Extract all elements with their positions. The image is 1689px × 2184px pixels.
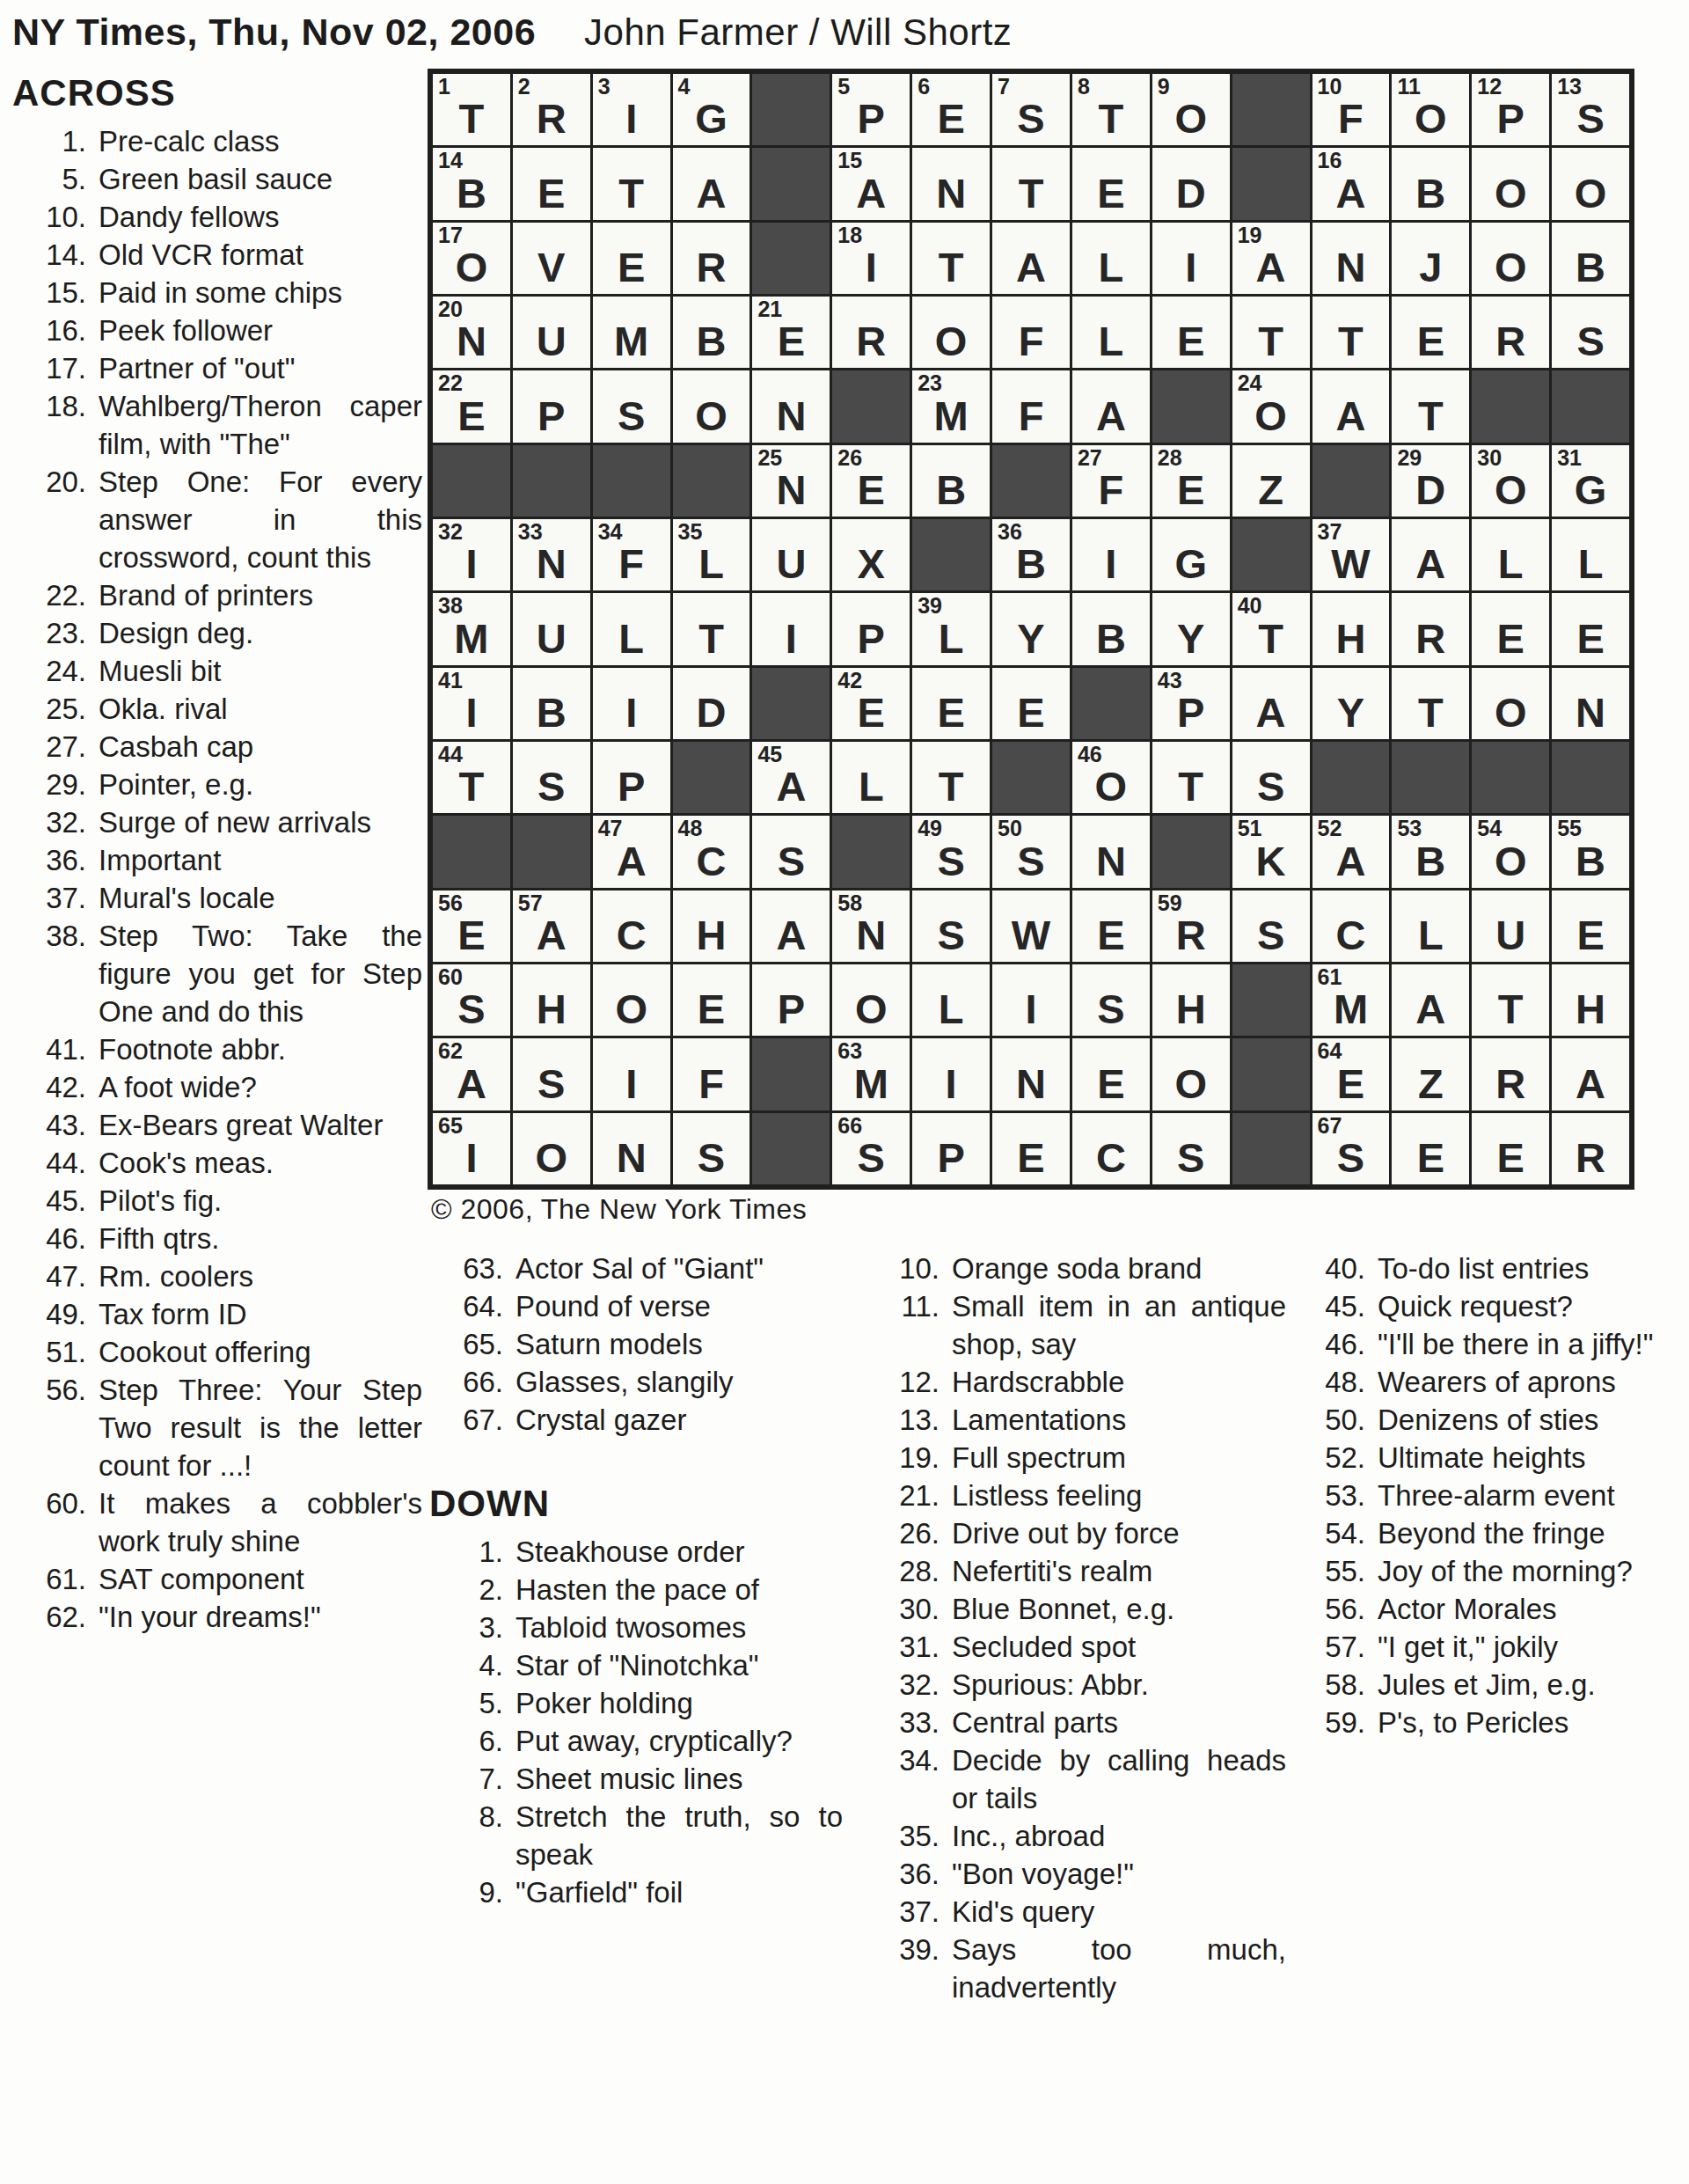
letter-cell[interactable]: 20N	[433, 297, 510, 368]
letter-cell[interactable]: 59R	[1152, 890, 1230, 962]
letter-cell[interactable]: E	[992, 1113, 1070, 1184]
letter-cell[interactable]: 65I	[433, 1113, 510, 1184]
letter-cell[interactable]: H	[1552, 964, 1629, 1036]
clue-number: 54.	[1291, 1514, 1365, 1552]
letter-cell[interactable]: U	[752, 519, 830, 590]
letter-cell[interactable]: 25N	[752, 445, 830, 517]
letter-cell[interactable]: 29D	[1392, 445, 1469, 517]
clue-text: Step One: For every answer in this cross…	[99, 463, 422, 576]
letter-cell[interactable]: 13S	[1552, 74, 1629, 145]
letter-cell[interactable]: E	[1152, 297, 1230, 368]
clue-number: 41.	[12, 1030, 86, 1068]
letter-cell[interactable]: R	[832, 297, 910, 368]
across-clue-15: 15.Paid in some chips	[12, 274, 422, 311]
letter-cell[interactable]: N	[912, 148, 990, 219]
down-clue-53: 53.Three-alarm event	[1291, 1477, 1689, 1514]
letter-cell[interactable]: 32I	[433, 519, 510, 590]
letter-cell[interactable]: 41I	[433, 668, 510, 739]
cell-letter: N	[856, 914, 886, 956]
black-cell	[1072, 668, 1150, 739]
letter-cell[interactable]: O	[673, 370, 750, 442]
letter-cell[interactable]: S	[673, 1113, 750, 1184]
down-clue-50: 50.Denizens of sties	[1291, 1401, 1689, 1439]
cell-letter: O	[1495, 840, 1527, 882]
cell-letter: S	[537, 1063, 565, 1104]
clue-number: 49.	[12, 1295, 86, 1333]
letter-cell[interactable]: O	[1472, 223, 1549, 294]
letter-cell[interactable]: H	[1312, 593, 1390, 664]
letter-cell[interactable]: T	[673, 593, 750, 664]
letter-cell[interactable]: 57A	[513, 890, 590, 962]
down-clue-58: 58.Jules et Jim, e.g.	[1291, 1666, 1689, 1704]
clue-number: 13.	[866, 1401, 940, 1439]
down-clue-33: 33.Central parts	[866, 1704, 1286, 1741]
letter-cell[interactable]: R	[1392, 593, 1469, 664]
cell-letter: R	[1495, 1063, 1525, 1104]
letter-cell[interactable]: 62A	[433, 1038, 510, 1110]
cell-letter: A	[776, 914, 806, 956]
letter-cell[interactable]: E	[1552, 890, 1629, 962]
letter-cell[interactable]: O	[513, 1113, 590, 1184]
clue-number: 67.	[429, 1401, 503, 1439]
letter-cell[interactable]: 47A	[593, 816, 670, 887]
clue-number: 64.	[429, 1287, 503, 1325]
letter-cell[interactable]: 42E	[832, 668, 910, 739]
letter-cell[interactable]: E	[1072, 890, 1150, 962]
cell-letter: E	[1497, 1137, 1524, 1178]
letter-cell[interactable]: I	[593, 1038, 670, 1110]
letter-cell[interactable]: S	[912, 890, 990, 962]
letter-cell[interactable]: H	[1152, 964, 1230, 1036]
across-clue-49: 49.Tax form ID	[12, 1295, 422, 1333]
letter-cell[interactable]: I	[1072, 519, 1150, 590]
down-clue-34: 34.Decide by calling heads or tails	[866, 1741, 1286, 1817]
letter-cell[interactable]: T	[912, 223, 990, 294]
cell-letter: B	[697, 320, 727, 362]
clue-number: 9.	[429, 1873, 503, 1911]
letter-cell[interactable]: O	[1472, 668, 1549, 739]
clue-number: 43.	[12, 1106, 86, 1144]
letter-cell[interactable]: R	[1472, 297, 1549, 368]
cell-letter: T	[1099, 98, 1124, 139]
letter-cell[interactable]: 66S	[832, 1113, 910, 1184]
cell-letter: A	[1096, 395, 1126, 436]
letter-cell[interactable]: F	[673, 1038, 750, 1110]
letter-cell[interactable]: L	[912, 964, 990, 1036]
letter-cell[interactable]: R	[1552, 1113, 1629, 1184]
clue-text: Glasses, slangily	[515, 1363, 843, 1401]
letter-cell[interactable]: G	[1152, 519, 1230, 590]
clue-number: 65.	[429, 1325, 503, 1363]
letter-cell[interactable]: 3I	[593, 74, 670, 145]
clue-number: 5.	[12, 160, 86, 198]
letter-cell[interactable]: T	[992, 148, 1070, 219]
letter-cell[interactable]: 22E	[433, 370, 510, 442]
letter-cell[interactable]: L	[1072, 297, 1150, 368]
letter-cell[interactable]: O	[1472, 148, 1549, 219]
across-clue-22: 22.Brand of printers	[12, 576, 422, 614]
letter-cell[interactable]: L	[1392, 890, 1469, 962]
letter-cell[interactable]: C	[1072, 1113, 1150, 1184]
letter-cell[interactable]: C	[593, 890, 670, 962]
clue-number: 45.	[1291, 1287, 1365, 1325]
letter-cell[interactable]: L	[593, 593, 670, 664]
cell-letter: S	[1257, 914, 1284, 956]
letter-cell[interactable]: 24O	[1232, 370, 1310, 442]
letter-cell[interactable]: T	[1312, 297, 1390, 368]
letter-cell[interactable]: 46O	[1072, 742, 1150, 813]
letter-cell[interactable]: 30O	[1472, 445, 1549, 517]
letter-cell[interactable]: 37W	[1312, 519, 1390, 590]
letter-cell[interactable]: H	[673, 890, 750, 962]
letter-cell[interactable]: 23M	[912, 370, 990, 442]
letter-cell[interactable]: T	[1392, 668, 1469, 739]
clue-number: 42.	[12, 1068, 86, 1106]
letter-cell[interactable]: T	[1392, 370, 1469, 442]
cell-letter: W	[1331, 543, 1370, 584]
cell-letter: O	[1415, 98, 1447, 139]
letter-cell[interactable]: 51K	[1232, 816, 1310, 887]
letter-cell[interactable]: 8T	[1072, 74, 1150, 145]
letter-cell[interactable]: 17O	[433, 223, 510, 294]
letter-cell[interactable]: F	[992, 370, 1070, 442]
letter-cell[interactable]: A	[1312, 370, 1390, 442]
clue-number: 28.	[866, 1552, 940, 1590]
cell-letter: H	[697, 914, 727, 956]
letter-cell[interactable]: S	[513, 742, 590, 813]
letter-cell[interactable]: L	[1472, 519, 1549, 590]
cell-letter: B	[1016, 543, 1046, 584]
cell-letter: G	[695, 98, 728, 139]
letter-cell[interactable]: I	[593, 668, 670, 739]
across-clue-16: 16.Peek follower	[12, 311, 422, 349]
clue-text: Tax form ID	[99, 1295, 422, 1333]
across-heading: ACROSS	[12, 74, 422, 112]
letter-cell[interactable]: T	[1152, 742, 1230, 813]
cell-letter: S	[1337, 1137, 1364, 1178]
letter-cell[interactable]: A	[992, 223, 1070, 294]
cell-number: 37	[1318, 521, 1342, 543]
letter-cell[interactable]: L	[1072, 223, 1150, 294]
cell-number: 25	[757, 447, 782, 469]
cell-letter: T	[1019, 172, 1044, 214]
letter-cell[interactable]: L	[832, 742, 910, 813]
letter-cell[interactable]: 21E	[752, 297, 830, 368]
letter-cell[interactable]: 14B	[433, 148, 510, 219]
letter-cell[interactable]: S	[752, 816, 830, 887]
letter-cell[interactable]: U	[513, 297, 590, 368]
letter-cell[interactable]: E	[1072, 148, 1150, 219]
letter-cell[interactable]: 48C	[673, 816, 750, 887]
cell-number: 30	[1477, 447, 1502, 469]
letter-cell[interactable]: O	[832, 964, 910, 1036]
letter-cell[interactable]: 64E	[1312, 1038, 1390, 1110]
cell-number: 33	[518, 521, 543, 543]
letter-cell[interactable]: 15A	[832, 148, 910, 219]
letter-cell[interactable]: 67S	[1312, 1113, 1390, 1184]
clue-text: Listless feeling	[952, 1477, 1286, 1514]
letter-cell[interactable]: M	[593, 297, 670, 368]
letter-cell[interactable]: 39L	[912, 593, 990, 664]
letter-cell[interactable]: 6E	[912, 74, 990, 145]
letter-cell[interactable]: C	[1312, 890, 1390, 962]
letter-cell[interactable]: 31G	[1552, 445, 1629, 517]
letter-cell[interactable]: E	[1472, 593, 1549, 664]
letter-cell[interactable]: J	[1392, 223, 1469, 294]
letter-cell[interactable]: N	[1552, 668, 1629, 739]
letter-cell[interactable]: 55B	[1552, 816, 1629, 887]
clue-number: 46.	[1291, 1325, 1365, 1363]
clue-text: Wahlberg/Theron caper film, with "The"	[99, 387, 422, 463]
letter-cell[interactable]: A	[1232, 668, 1310, 739]
letter-cell[interactable]: 4G	[673, 74, 750, 145]
letter-cell[interactable]: L	[1552, 519, 1629, 590]
letter-cell[interactable]: D	[1152, 148, 1230, 219]
clue-number: 39.	[866, 1931, 940, 1968]
letter-cell[interactable]: O	[1152, 1038, 1230, 1110]
clue-text: Ultimate heights	[1378, 1439, 1689, 1477]
clue-text: Ex-Bears great Walter	[99, 1106, 422, 1144]
letter-cell[interactable]: 40T	[1232, 593, 1310, 664]
letter-cell[interactable]: 5P	[832, 74, 910, 145]
clue-text: Drive out by force	[952, 1514, 1286, 1552]
letter-cell[interactable]: 60S	[433, 964, 510, 1036]
clue-text: Lamentations	[952, 1401, 1286, 1439]
letter-cell[interactable]: D	[673, 668, 750, 739]
clue-number: 19.	[866, 1439, 940, 1477]
clue-number: 6.	[429, 1722, 503, 1760]
letter-cell[interactable]: I	[912, 1038, 990, 1110]
letter-cell[interactable]: 50S	[992, 816, 1070, 887]
cell-number: 49	[918, 817, 942, 839]
letter-cell[interactable]: B	[513, 668, 590, 739]
letter-cell[interactable]: Z	[1232, 445, 1310, 517]
cell-letter: K	[1256, 840, 1286, 882]
letter-cell[interactable]: E	[1392, 297, 1469, 368]
cell-letter: O	[1495, 469, 1527, 510]
clue-text: Says too much, inadvertently	[952, 1931, 1286, 2006]
letter-cell[interactable]: V	[513, 223, 590, 294]
down-clue-59: 59.P's, to Pericles	[1291, 1704, 1689, 1741]
across-clue-42: 42.A foot wide?	[12, 1068, 422, 1106]
clue-text: Denizens of sties	[1378, 1401, 1689, 1439]
letter-cell[interactable]: R	[1472, 1038, 1549, 1110]
letter-cell[interactable]: I	[1152, 223, 1230, 294]
letter-cell[interactable]: 10F	[1312, 74, 1390, 145]
cell-number: 45	[757, 744, 782, 766]
cell-letter: A	[1335, 172, 1365, 214]
letter-cell[interactable]: B	[1392, 148, 1469, 219]
down-clue-9: 9."Garfield" foil	[429, 1873, 843, 1911]
cell-letter: S	[1576, 320, 1604, 362]
letter-cell[interactable]: 27F	[1072, 445, 1150, 517]
letter-cell[interactable]: E	[513, 148, 590, 219]
letter-cell[interactable]: O	[912, 297, 990, 368]
letter-cell[interactable]: E	[1072, 1038, 1150, 1110]
letter-cell[interactable]: 1T	[433, 74, 510, 145]
letter-cell[interactable]: P	[752, 964, 830, 1036]
down-clue-26: 26.Drive out by force	[866, 1514, 1286, 1552]
letter-cell[interactable]: 19A	[1232, 223, 1310, 294]
letter-cell[interactable]: O	[593, 964, 670, 1036]
letter-cell[interactable]: S	[1232, 742, 1310, 813]
clue-number: 7.	[429, 1760, 503, 1798]
cell-letter: A	[1335, 395, 1365, 436]
letter-cell[interactable]: Y	[992, 593, 1070, 664]
cell-letter: O	[1095, 766, 1128, 807]
letter-cell[interactable]: 34F	[593, 519, 670, 590]
letter-cell[interactable]: S	[1072, 964, 1150, 1036]
letter-cell[interactable]: S	[1552, 297, 1629, 368]
letter-cell[interactable]: 7S	[992, 74, 1070, 145]
letter-cell[interactable]: 26E	[832, 445, 910, 517]
letter-cell[interactable]: X	[832, 519, 910, 590]
letter-cell[interactable]: 38M	[433, 593, 510, 664]
black-cell	[1552, 742, 1629, 813]
letter-cell[interactable]: A	[752, 890, 830, 962]
clue-text: Pilot's fig.	[99, 1182, 422, 1220]
clue-number: 32.	[12, 803, 86, 841]
letter-cell[interactable]: O	[1552, 148, 1629, 219]
clue-number: 58.	[1291, 1666, 1365, 1704]
cell-letter: T	[939, 766, 964, 807]
letter-cell[interactable]: N	[593, 1113, 670, 1184]
letter-cell[interactable]: 44T	[433, 742, 510, 813]
cell-letter: A	[457, 1063, 486, 1104]
letter-cell[interactable]: 63M	[832, 1038, 910, 1110]
letter-cell[interactable]: N	[1072, 816, 1150, 887]
cell-number: 59	[1158, 892, 1182, 914]
letter-cell[interactable]: 9O	[1152, 74, 1230, 145]
letter-cell[interactable]: 43P	[1152, 668, 1230, 739]
letter-cell[interactable]: 49S	[912, 816, 990, 887]
black-cell	[1232, 964, 1310, 1036]
letter-cell[interactable]: N	[752, 370, 830, 442]
cell-letter: F	[698, 1063, 724, 1104]
letter-cell[interactable]: 45A	[752, 742, 830, 813]
letter-cell[interactable]: 52A	[1312, 816, 1390, 887]
cell-letter: N	[776, 395, 806, 436]
down-clue-3: 3.Tabloid twosomes	[429, 1609, 843, 1646]
cell-letter: S	[778, 840, 805, 882]
letter-cell[interactable]: 12P	[1472, 74, 1549, 145]
letter-cell[interactable]: U	[1472, 890, 1549, 962]
letter-cell[interactable]: W	[992, 890, 1070, 962]
letter-cell[interactable]: U	[513, 593, 590, 664]
letter-cell[interactable]: P	[513, 370, 590, 442]
letter-cell[interactable]: S	[1152, 1113, 1230, 1184]
crossword-grid[interactable]: 1T2R3I4G5P6E7S8T9O10F11O12P13S14BETA15AN…	[428, 69, 1634, 1190]
letter-cell[interactable]: I	[752, 593, 830, 664]
letter-cell[interactable]: P	[912, 1113, 990, 1184]
letter-cell[interactable]: P	[832, 593, 910, 664]
down-clue-39: 39.Says too much, inadvertently	[866, 1931, 1286, 2006]
letter-cell[interactable]: 54O	[1472, 816, 1549, 887]
cell-letter: T	[939, 246, 964, 288]
letter-cell[interactable]: E	[1472, 1113, 1549, 1184]
letter-cell[interactable]: Y	[1152, 593, 1230, 664]
letter-cell[interactable]: Z	[1392, 1038, 1469, 1110]
letter-cell[interactable]: R	[673, 223, 750, 294]
letter-cell[interactable]: E	[912, 668, 990, 739]
letter-cell[interactable]: 28E	[1152, 445, 1230, 517]
cell-letter: W	[1012, 914, 1050, 956]
letter-cell[interactable]: 36B	[992, 519, 1070, 590]
cell-letter: B	[1415, 840, 1445, 882]
clue-text: Three-alarm event	[1378, 1477, 1689, 1514]
bottom-column-3: 40.To-do list entries45.Quick request?46…	[1291, 1250, 1689, 1741]
letter-cell[interactable]: S	[1232, 890, 1310, 962]
clue-text: Quick request?	[1378, 1287, 1689, 1325]
letter-cell[interactable]: E	[992, 668, 1070, 739]
across-clues-bottom: 63.Actor Sal of "Giant"64.Pound of verse…	[429, 1250, 843, 1439]
letter-cell[interactable]: 18I	[832, 223, 910, 294]
letter-cell[interactable]: T	[593, 148, 670, 219]
letter-cell[interactable]: 61M	[1312, 964, 1390, 1036]
letter-cell[interactable]: B	[912, 445, 990, 517]
letter-cell[interactable]: I	[992, 964, 1070, 1036]
cell-letter: R	[1176, 914, 1206, 956]
letter-cell[interactable]: 2R	[513, 74, 590, 145]
clue-text: "Bon voyage!"	[952, 1855, 1286, 1893]
cell-number: 51	[1238, 817, 1262, 839]
letter-cell[interactable]: H	[513, 964, 590, 1036]
letter-cell[interactable]: T	[1232, 297, 1310, 368]
across-clue-63: 63.Actor Sal of "Giant"	[429, 1250, 843, 1287]
letter-cell[interactable]: S	[593, 370, 670, 442]
letter-cell[interactable]: S	[513, 1038, 590, 1110]
clue-number: 37.	[866, 1893, 940, 1931]
cell-letter: P	[858, 618, 885, 659]
letter-cell[interactable]: A	[1552, 1038, 1629, 1110]
letter-cell[interactable]: P	[593, 742, 670, 813]
letter-cell[interactable]: 33N	[513, 519, 590, 590]
across-clue-32: 32.Surge of new arrivals	[12, 803, 422, 841]
letter-cell[interactable]: E	[673, 964, 750, 1036]
letter-cell[interactable]: 35L	[673, 519, 750, 590]
letter-cell[interactable]: 58N	[832, 890, 910, 962]
cell-letter: D	[1415, 469, 1445, 510]
letter-cell[interactable]: 11O	[1392, 74, 1469, 145]
letter-cell[interactable]: A	[1392, 519, 1469, 590]
letter-cell[interactable]: 56E	[433, 890, 510, 962]
clue-number: 36.	[12, 841, 86, 879]
letter-cell[interactable]: N	[992, 1038, 1070, 1110]
letter-cell[interactable]: T	[912, 742, 990, 813]
letter-cell[interactable]: F	[992, 297, 1070, 368]
letter-cell[interactable]: Y	[1312, 668, 1390, 739]
letter-cell[interactable]: B	[673, 297, 750, 368]
clue-text: Important	[99, 841, 422, 879]
letter-cell[interactable]: A	[1072, 370, 1150, 442]
letter-cell[interactable]: E	[593, 223, 670, 294]
cell-letter: G	[1174, 543, 1207, 584]
letter-cell[interactable]: 16A	[1312, 148, 1390, 219]
cell-letter: E	[537, 172, 565, 214]
letter-cell[interactable]: B	[1072, 593, 1150, 664]
letter-cell[interactable]: B	[1552, 223, 1629, 294]
letter-cell[interactable]: A	[1392, 964, 1469, 1036]
letter-cell[interactable]: T	[1472, 964, 1549, 1036]
letter-cell[interactable]: 53B	[1392, 816, 1469, 887]
letter-cell[interactable]: E	[1392, 1113, 1469, 1184]
clue-number: 29.	[12, 766, 86, 803]
letter-cell[interactable]: E	[1552, 593, 1629, 664]
letter-cell[interactable]: A	[673, 148, 750, 219]
letter-cell[interactable]: N	[1312, 223, 1390, 294]
clue-text: Pound of verse	[515, 1287, 843, 1325]
cell-letter: L	[939, 988, 964, 1030]
